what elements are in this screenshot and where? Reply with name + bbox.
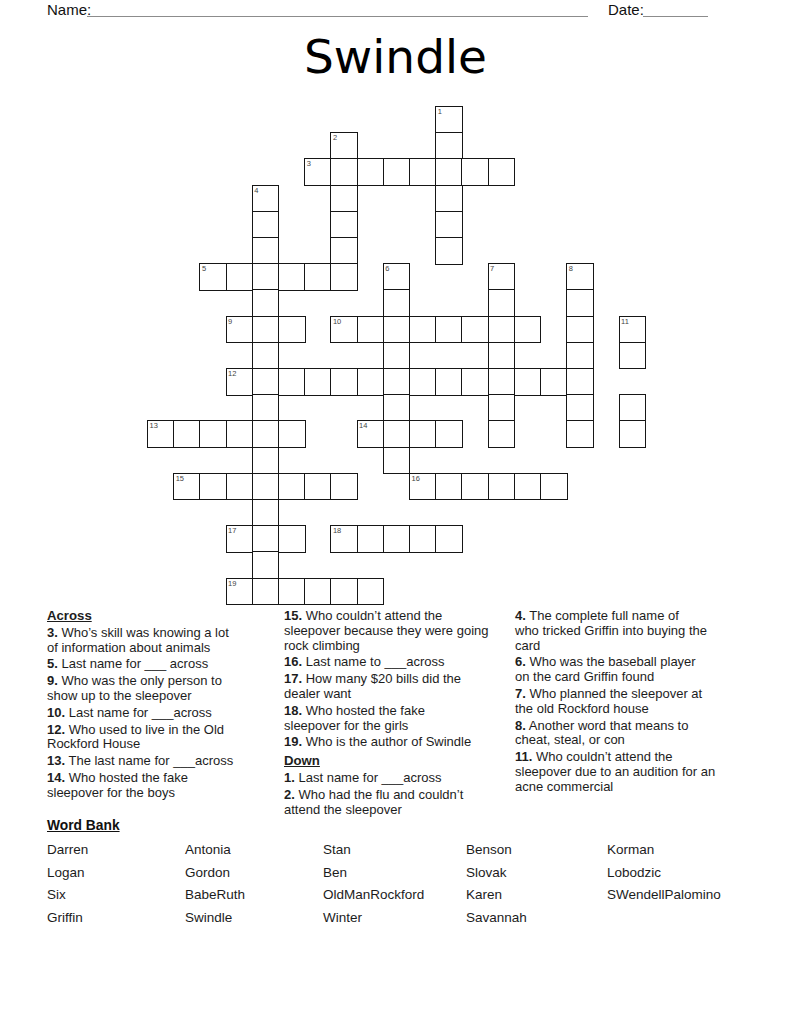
clues-column-down: 4. The complete full name of who tricked… [515,609,755,797]
grid-cell-r12c1[interactable] [173,420,201,448]
grid-cell-r10c13[interactable] [488,368,516,396]
grid-cell-r14c6[interactable] [304,473,332,501]
grid-cell-r10c7[interactable] [330,368,358,396]
grid-cell-r6c9[interactable]: 6 [383,263,411,291]
grid-cell-r6c2[interactable]: 5 [199,263,227,291]
clue-number: 11. [515,749,532,764]
clue-across-5: 5. Last name for ___ across [47,657,279,672]
clue-text: How many $20 bills did the dealer want [284,671,461,701]
cell-number-17: 17 [228,526,236,535]
grid-cell-r16c3[interactable]: 17 [226,525,254,553]
date-label: Date: [608,1,644,18]
clue-text: Who is the author of Swindle [306,734,471,749]
cell-number-2: 2 [333,133,337,142]
grid-cell-r16c9[interactable] [383,525,411,553]
down-heading: Down [284,754,512,769]
grid-cell-r12c18[interactable] [619,420,647,448]
clue-down-6: 6. Who was the baseball player on the ca… [515,655,755,685]
grid-cell-r14c11[interactable] [435,473,463,501]
grid-cell-r11c18[interactable] [619,394,647,422]
cell-number-12: 12 [228,369,236,378]
grid-cell-r6c3[interactable] [226,263,254,291]
grid-cell-r10c14[interactable] [514,368,542,396]
clue-number: 18. [284,703,302,718]
grid-cell-r16c11[interactable] [435,525,463,553]
cell-number-11: 11 [621,317,629,326]
word-bank: Word Bank Darren Antonia Stan Benson Kor… [47,818,757,925]
grid-cell-r6c5[interactable] [278,263,306,291]
grid-cell-r12c9[interactable] [383,420,411,448]
grid-cell-r14c13[interactable] [488,473,516,501]
word-bank-item: Griffin [47,910,185,925]
clue-across-19: 19. Who is the author of Swindle [284,735,512,750]
clue-text: Who planned the sleepover at the old Roc… [515,686,702,716]
clue-down-7: 7. Who planned the sleepover at the old … [515,687,755,717]
grid-cell-r16c8[interactable] [357,525,385,553]
cell-number-9: 9 [228,317,232,326]
grid-cell-r12c3[interactable] [226,420,254,448]
grid-cell-r13c9[interactable] [383,447,411,475]
grid-cell-r8c4[interactable] [252,316,280,344]
clue-text: Who couldn’t attend the sleepover due to… [515,749,715,794]
word-bank-item: Antonia [185,842,323,857]
grid-cell-r10c10[interactable] [409,368,437,396]
date-line[interactable] [643,1,708,17]
cell-number-3: 3 [307,159,311,168]
clue-across-9: 9. Who was the only person to show up to… [47,674,279,704]
grid-cell-r8c14[interactable] [514,316,542,344]
grid-cell-r2c12[interactable] [461,158,489,186]
grid-cell-r15c4[interactable] [252,499,280,527]
clue-text: Last name to ___across [306,654,445,669]
clue-across-16: 16. Last name to ___across [284,655,512,670]
grid-cell-r4c7[interactable] [330,211,358,239]
grid-cell-r17c4[interactable] [252,551,280,579]
grid-cell-r2c6[interactable]: 3 [304,158,332,186]
grid-cell-r2c8[interactable] [357,158,385,186]
word-bank-item: Gordon [185,865,323,880]
grid-cell-r18c7[interactable] [330,578,358,606]
clue-text: Last name for ___across [298,770,441,785]
grid-cell-r2c10[interactable] [409,158,437,186]
grid-cell-r7c16[interactable] [566,289,594,317]
grid-cell-r7c4[interactable] [252,289,280,317]
grid-cell-r8c3[interactable]: 9 [226,316,254,344]
grid-cell-r10c4[interactable] [252,368,280,396]
clue-number: 19. [284,734,302,749]
grid-cell-r2c11[interactable] [435,158,463,186]
clue-text: Who hosted the fake sleepover for the bo… [47,770,188,800]
clue-number: 3. [47,625,58,640]
clue-text: Last name for ___across [69,705,212,720]
clues-column-middle: 15. Who couldn’t attend the sleepover be… [284,609,512,819]
clue-text: Who used to live in the Old Rockford Hou… [47,722,224,752]
grid-cell-r16c10[interactable] [409,525,437,553]
cell-number-1: 1 [438,107,442,116]
grid-cell-r10c3[interactable]: 12 [226,368,254,396]
grid-cell-r10c11[interactable] [435,368,463,396]
grid-cell-r10c15[interactable] [540,368,568,396]
grid-cell-r18c4[interactable] [252,578,280,606]
clue-across-14: 14. Who hosted the fake sleepover for th… [47,771,279,801]
cell-number-8: 8 [569,264,573,273]
clue-number: 13. [47,753,65,768]
clue-text: Who was the only person to show up to th… [47,673,222,703]
clue-across-15: 15. Who couldn’t attend the sleepover be… [284,609,512,653]
word-bank-item: Stan [323,842,466,857]
grid-cell-r9c16[interactable] [566,342,594,370]
clue-number: 5. [47,656,58,671]
word-bank-item: Swindle [185,910,323,925]
clue-number: 4. [515,608,526,623]
word-bank-item: BabeRuth [185,887,323,902]
clue-number: 15. [284,608,302,623]
grid-cell-r12c13[interactable] [488,420,516,448]
grid-cell-r6c4[interactable] [252,263,280,291]
grid-cell-r11c9[interactable] [383,394,411,422]
cell-number-7: 7 [490,264,494,273]
grid-cell-r16c5[interactable] [278,525,306,553]
clue-number: 8. [515,718,526,733]
grid-cell-r14c14[interactable] [514,473,542,501]
grid-cell-r6c7[interactable] [330,263,358,291]
clue-text: The last name for ___across [68,753,233,768]
grid-cell-r9c9[interactable] [383,342,411,370]
name-line[interactable] [87,1,588,17]
grid-cell-r5c11[interactable] [435,237,463,265]
grid-cell-r6c16[interactable]: 8 [566,263,594,291]
grid-cell-r7c9[interactable] [383,289,411,317]
clues-column-across: Across 3. Who’s skill was knowing a lot … [47,609,279,803]
grid-cell-r11c13[interactable] [488,394,516,422]
grid-cell-r8c5[interactable] [278,316,306,344]
grid-cell-r14c15[interactable] [540,473,568,501]
cell-number-18: 18 [333,526,341,535]
clue-text: Who’s skill was knowing a lot of informa… [47,625,229,655]
across-heading: Across [47,609,279,624]
clue-down-4: 4. The complete full name of who tricked… [515,609,755,653]
word-bank-item: SWendellPalomino [607,887,757,902]
clue-number: 2. [284,787,295,802]
clue-number: 6. [515,654,526,669]
grid-cell-r10c12[interactable] [461,368,489,396]
grid-cell-r6c6[interactable] [304,263,332,291]
clue-text: Another word that means to cheat, steal,… [515,718,688,748]
grid-cell-r9c4[interactable] [252,342,280,370]
word-bank-heading: Word Bank [47,818,757,833]
clue-down-11: 11. Who couldn’t attend the sleepover du… [515,750,755,794]
grid-cell-r1c7[interactable]: 2 [330,132,358,160]
clue-across-3: 3. Who’s skill was knowing a lot of info… [47,626,279,656]
grid-cell-r5c7[interactable] [330,237,358,265]
cell-number-6: 6 [385,264,389,273]
grid-cell-r2c13[interactable] [488,158,516,186]
word-bank-item: OldManRockford [323,887,466,902]
clue-text: Who had the flu and couldn’t attend the … [284,787,463,817]
clue-across-12: 12. Who used to live in the Old Rockford… [47,723,279,753]
grid-cell-r14c1[interactable]: 15 [173,473,201,501]
grid-cell-r10c16[interactable] [566,368,594,396]
cell-number-10: 10 [333,317,341,326]
clue-down-1: 1. Last name for ___across [284,771,512,786]
grid-cell-r10c5[interactable] [278,368,306,396]
cell-number-5: 5 [202,264,206,273]
clue-across-10: 10. Last name for ___across [47,706,279,721]
grid-cell-r8c12[interactable] [461,316,489,344]
grid-cell-r10c9[interactable] [383,368,411,396]
name-label: Name: [47,1,91,18]
cell-number-19: 19 [228,579,236,588]
grid-cell-r18c3[interactable]: 19 [226,578,254,606]
grid-cell-r7c13[interactable] [488,289,516,317]
clue-number: 9. [47,673,58,688]
grid-cell-r11c4[interactable] [252,394,280,422]
grid-cell-r16c7[interactable]: 18 [330,525,358,553]
grid-cell-r3c7[interactable] [330,185,358,213]
grid-cell-r4c4[interactable] [252,211,280,239]
clue-text: The complete full name of who tricked Gr… [515,608,707,653]
clue-text: Who hosted the fake sleepover for the gi… [284,703,425,733]
grid-cell-r18c8[interactable] [357,578,385,606]
grid-cell-r14c5[interactable] [278,473,306,501]
grid-cell-r1c11[interactable] [435,132,463,160]
clue-down-2: 2. Who had the flu and couldn’t attend t… [284,788,512,818]
grid-cell-r14c4[interactable] [252,473,280,501]
cell-number-16: 16 [412,474,420,483]
grid-cell-r3c11[interactable] [435,185,463,213]
word-bank-grid: Darren Antonia Stan Benson Korman Logan … [47,842,757,925]
word-bank-item: Logan [47,865,185,880]
grid-cell-r12c8[interactable]: 14 [357,420,385,448]
worksheet-page: Name: Date: Swindle 12345678910111213141… [0,0,791,1024]
grid-cell-r13c4[interactable] [252,447,280,475]
grid-cell-r11c16[interactable] [566,394,594,422]
word-bank-item: Darren [47,842,185,857]
page-title: Swindle [0,33,791,80]
grid-cell-r3c4[interactable]: 4 [252,185,280,213]
clue-number: 10. [47,705,65,720]
grid-cell-r14c2[interactable] [199,473,227,501]
grid-cell-r8c9[interactable] [383,316,411,344]
clue-text: Who was the baseball player on the card … [515,654,696,684]
grid-cell-r14c12[interactable] [461,473,489,501]
grid-cell-r12c2[interactable] [199,420,227,448]
cell-number-15: 15 [176,474,184,483]
word-bank-item: Savannah [466,910,607,925]
clue-number: 14. [47,770,65,785]
clue-number: 12. [47,722,65,737]
word-bank-item: Karen [466,887,607,902]
grid-cell-r8c8[interactable] [357,316,385,344]
grid-cell-r14c7[interactable] [330,473,358,501]
clue-across-13: 13. The last name for ___across [47,754,279,769]
grid-cell-r14c3[interactable] [226,473,254,501]
grid-cell-r12c4[interactable] [252,420,280,448]
grid-cell-r8c11[interactable] [435,316,463,344]
grid-cell-r0c11[interactable]: 1 [435,106,463,134]
clue-number: 7. [515,686,526,701]
grid-cell-r18c6[interactable] [304,578,332,606]
crossword-grid: 12345678910111213141516171819 [147,106,645,604]
grid-cell-r2c9[interactable] [383,158,411,186]
cell-number-4: 4 [254,186,258,195]
grid-cell-r5c4[interactable] [252,237,280,265]
grid-cell-r9c13[interactable] [488,342,516,370]
grid-cell-r12c11[interactable] [435,420,463,448]
grid-cell-r12c16[interactable] [566,420,594,448]
grid-cell-r8c18[interactable]: 11 [619,316,647,344]
grid-cell-r2c7[interactable] [330,158,358,186]
word-bank-item: Korman [607,842,757,857]
clue-number: 17. [284,671,302,686]
grid-cell-r8c13[interactable] [488,316,516,344]
clue-across-17: 17. How many $20 bills did the dealer wa… [284,672,512,702]
word-bank-item: Winter [323,910,466,925]
grid-cell-r12c0[interactable]: 13 [147,420,175,448]
cell-number-13: 13 [150,421,158,430]
grid-cell-r10c8[interactable] [357,368,385,396]
grid-cell-r10c6[interactable] [304,368,332,396]
clue-text: Who couldn’t attend the sleepover becaus… [284,608,489,653]
clue-number: 1. [284,770,295,785]
grid-cell-r14c10[interactable]: 16 [409,473,437,501]
grid-cell-r6c13[interactable]: 7 [488,263,516,291]
grid-cell-r4c11[interactable] [435,211,463,239]
word-bank-item: Slovak [466,865,607,880]
word-bank-item: Six [47,887,185,902]
grid-cell-r16c4[interactable] [252,525,280,553]
grid-cell-r12c5[interactable] [278,420,306,448]
grid-cell-r8c16[interactable] [566,316,594,344]
clue-number: 16. [284,654,302,669]
grid-cell-r8c10[interactable] [409,316,437,344]
clue-down-8: 8. Another word that means to cheat, ste… [515,719,755,749]
grid-cell-r8c7[interactable]: 10 [330,316,358,344]
grid-cell-r9c18[interactable] [619,342,647,370]
clue-text: Last name for ___ across [61,656,208,671]
clue-across-18: 18. Who hosted the fake sleepover for th… [284,704,512,734]
grid-cell-r18c5[interactable] [278,578,306,606]
word-bank-item: Benson [466,842,607,857]
word-bank-item: Lobodzic [607,865,757,880]
grid-cell-r12c10[interactable] [409,420,437,448]
cell-number-14: 14 [359,421,367,430]
word-bank-item: Ben [323,865,466,880]
